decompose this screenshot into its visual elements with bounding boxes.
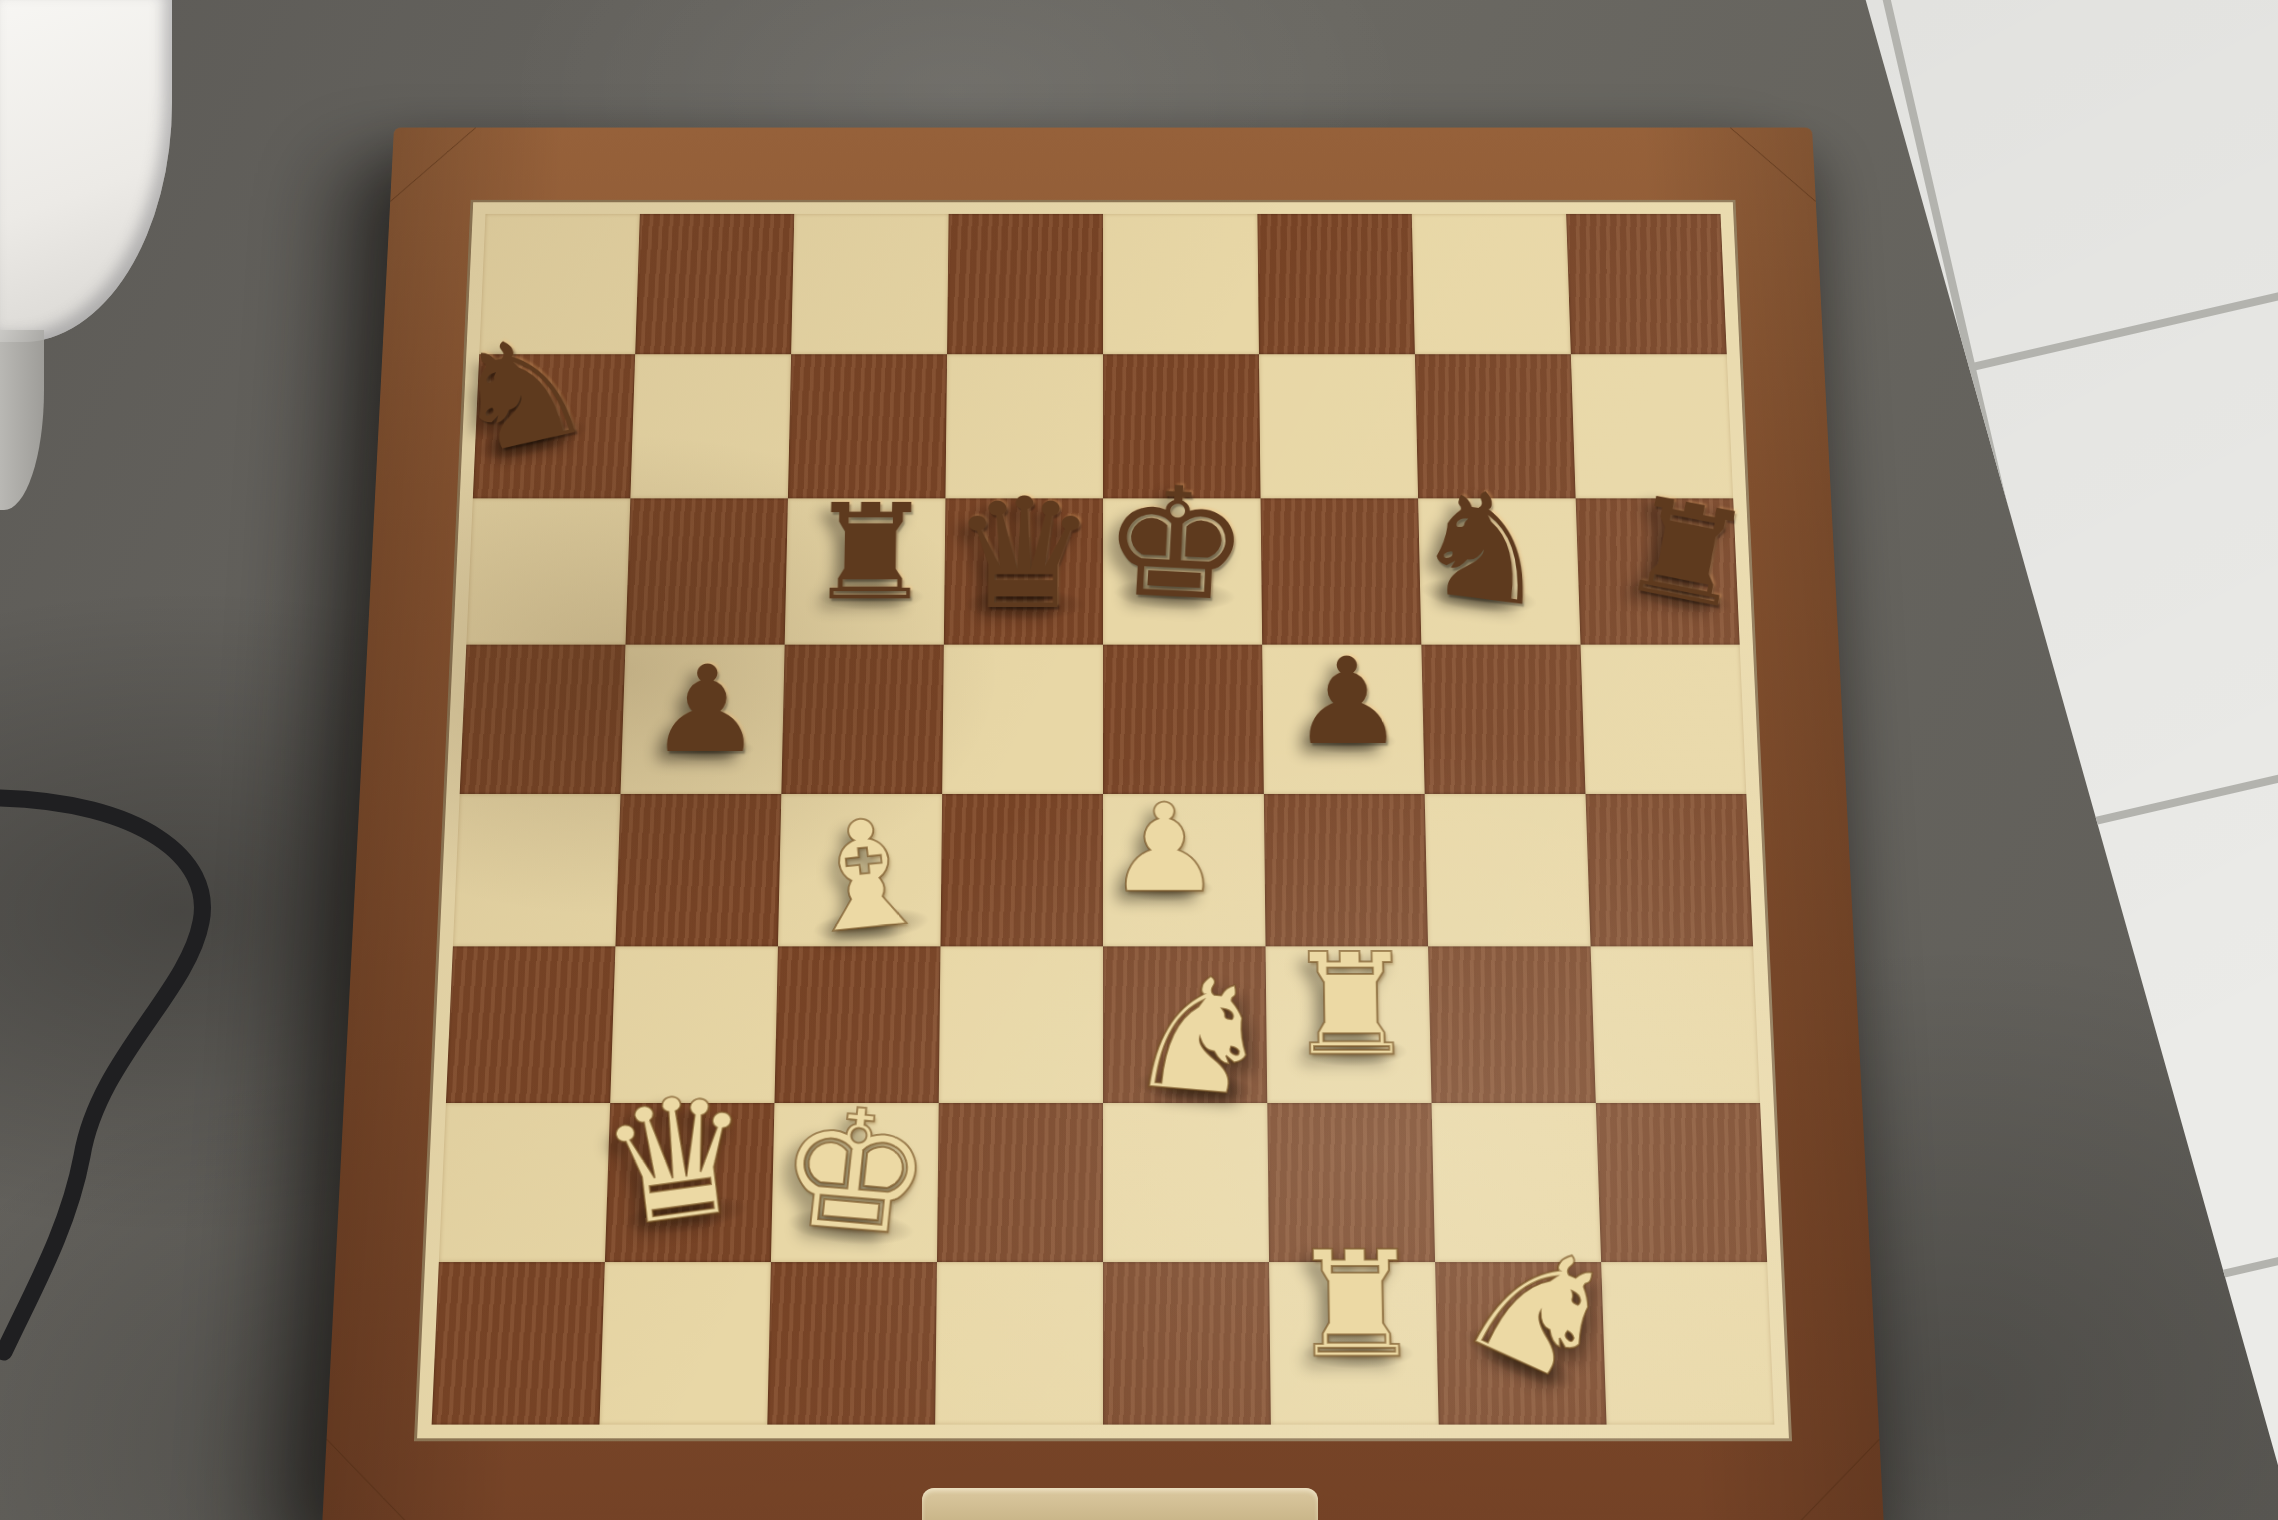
- square-b6: [625, 498, 787, 644]
- square-h1: [1601, 1262, 1774, 1425]
- square-h5: [1581, 644, 1747, 794]
- square-b1: [599, 1262, 770, 1425]
- square-g4: [1425, 794, 1591, 947]
- square-d1: [935, 1262, 1103, 1425]
- square-g6: [1418, 498, 1580, 644]
- square-d6: [944, 498, 1103, 644]
- square-a1: [432, 1262, 605, 1425]
- square-b2: [605, 1103, 775, 1262]
- chess-board: ♞♜♛♚♞♜♟♟♝♟♞♜♛♚♜♞: [322, 128, 1884, 1520]
- frame-miter: [1790, 1439, 1884, 1520]
- power-cable: [0, 760, 250, 1390]
- square-h7: [1571, 354, 1733, 497]
- square-e8: [1103, 214, 1259, 355]
- square-d5: [942, 644, 1103, 794]
- square-c5: [781, 644, 943, 794]
- square-f7: [1259, 354, 1418, 497]
- square-g1: [1435, 1262, 1606, 1425]
- square-e7: [1103, 354, 1261, 497]
- square-f6: [1261, 498, 1422, 644]
- square-a2: [439, 1103, 610, 1262]
- frame-miter: [322, 1439, 416, 1520]
- square-a6: [466, 498, 630, 644]
- wooden-object: [922, 1488, 1318, 1520]
- square-e6: [1103, 498, 1262, 644]
- square-c2: [771, 1103, 939, 1262]
- square-a8: [479, 214, 640, 355]
- square-h6: [1576, 498, 1740, 644]
- square-d8: [947, 214, 1103, 355]
- square-c8: [791, 214, 949, 355]
- square-g3: [1428, 947, 1596, 1103]
- square-g5: [1421, 644, 1585, 794]
- square-e5: [1103, 644, 1264, 794]
- square-c1: [767, 1262, 937, 1425]
- board-grid: [432, 214, 1775, 1425]
- square-d3: [939, 947, 1103, 1103]
- square-c4: [778, 794, 942, 947]
- square-b8: [635, 214, 794, 355]
- square-g2: [1432, 1103, 1602, 1262]
- square-h3: [1591, 947, 1760, 1103]
- square-f1: [1269, 1262, 1439, 1425]
- square-h2: [1596, 1103, 1767, 1262]
- square-d7: [945, 354, 1103, 497]
- square-f2: [1267, 1103, 1435, 1262]
- square-e3: [1103, 947, 1267, 1103]
- square-f5: [1262, 644, 1424, 794]
- square-e4: [1103, 794, 1266, 947]
- square-c7: [788, 354, 947, 497]
- square-a7: [473, 354, 635, 497]
- square-a5: [460, 644, 626, 794]
- frame-miter: [390, 128, 476, 202]
- square-b3: [610, 947, 778, 1103]
- square-d4: [940, 794, 1103, 947]
- square-h8: [1566, 214, 1727, 355]
- square-g8: [1412, 214, 1571, 355]
- square-a4: [453, 794, 621, 947]
- board-margin: [414, 200, 1792, 1441]
- square-g7: [1415, 354, 1576, 497]
- square-e1: [1103, 1262, 1271, 1425]
- square-a3: [446, 947, 615, 1103]
- square-b7: [630, 354, 791, 497]
- square-d2: [937, 1103, 1103, 1262]
- photo-scene: ♞♜♛♚♞♜♟♟♝♟♞♜♛♚♜♞: [0, 0, 2278, 1520]
- square-b4: [615, 794, 781, 947]
- square-f4: [1264, 794, 1428, 947]
- square-f8: [1257, 214, 1415, 355]
- square-h4: [1586, 794, 1754, 947]
- square-e2: [1103, 1103, 1269, 1262]
- square-c6: [785, 498, 946, 644]
- square-f3: [1266, 947, 1432, 1103]
- frame-miter: [1730, 128, 1816, 202]
- square-b5: [620, 644, 784, 794]
- square-c3: [774, 947, 940, 1103]
